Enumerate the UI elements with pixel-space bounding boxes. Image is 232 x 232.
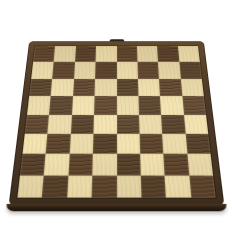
square-f5: [138, 96, 161, 114]
square-h4: [184, 115, 209, 134]
square-g7: [158, 62, 180, 79]
board-frame: [9, 41, 225, 205]
square-h1: [189, 175, 216, 197]
square-c5: [72, 96, 95, 114]
square-h2: [187, 154, 213, 175]
square-g5: [160, 96, 183, 114]
square-h7: [179, 62, 202, 79]
square-g6: [159, 79, 182, 96]
square-g3: [162, 134, 187, 154]
square-d5: [94, 96, 116, 114]
square-h3: [185, 134, 210, 154]
square-h8: [178, 46, 200, 62]
square-d8: [96, 46, 117, 62]
square-a2: [20, 154, 46, 175]
chess-board: [9, 41, 225, 205]
square-a4: [25, 115, 50, 134]
square-c7: [74, 62, 96, 79]
square-f7: [137, 62, 159, 79]
square-c2: [68, 154, 93, 175]
square-d2: [92, 154, 116, 175]
square-d3: [93, 134, 117, 154]
square-b6: [51, 79, 74, 96]
square-a5: [27, 96, 51, 114]
square-e3: [117, 134, 141, 154]
square-c4: [71, 115, 94, 134]
square-f8: [137, 46, 158, 62]
square-c3: [69, 134, 93, 154]
square-f2: [140, 154, 165, 175]
square-b7: [52, 62, 74, 79]
square-f4: [139, 115, 162, 134]
square-e4: [117, 115, 140, 134]
square-g2: [164, 154, 189, 175]
square-a6: [29, 79, 52, 96]
square-e6: [117, 79, 139, 96]
square-e1: [117, 175, 142, 197]
square-f6: [138, 79, 160, 96]
square-g4: [161, 115, 185, 134]
square-b5: [49, 96, 72, 114]
square-d4: [94, 115, 117, 134]
square-b4: [48, 115, 72, 134]
square-d6: [95, 79, 117, 96]
chess-board-product-photo: [0, 0, 232, 232]
square-f3: [139, 134, 163, 154]
square-b1: [42, 175, 68, 197]
square-c8: [75, 46, 96, 62]
square-b2: [44, 154, 69, 175]
square-a3: [22, 134, 47, 154]
square-e5: [117, 96, 139, 114]
square-a8: [33, 46, 55, 62]
square-f1: [141, 175, 166, 197]
square-c1: [67, 175, 92, 197]
square-a7: [31, 62, 54, 79]
square-h6: [181, 79, 204, 96]
square-e7: [117, 62, 138, 79]
square-b3: [46, 134, 71, 154]
square-d1: [92, 175, 117, 197]
square-c6: [73, 79, 95, 96]
square-d7: [95, 62, 116, 79]
square-a1: [17, 175, 44, 197]
square-g1: [165, 175, 191, 197]
board-grid: [17, 46, 215, 198]
square-g8: [157, 46, 179, 62]
square-b8: [54, 46, 76, 62]
square-e2: [117, 154, 141, 175]
square-e8: [117, 46, 138, 62]
square-h5: [182, 96, 206, 114]
board-edge: [6, 204, 228, 211]
